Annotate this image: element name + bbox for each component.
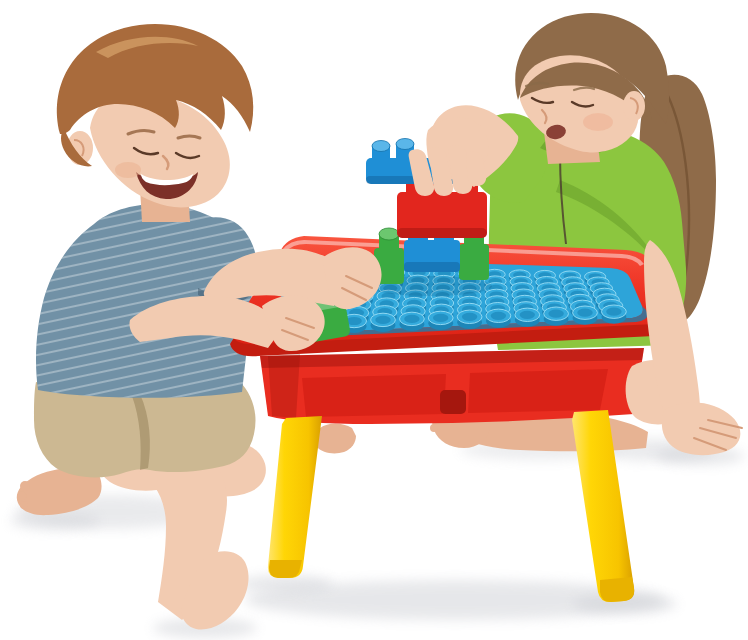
apron-left-corner [268,354,300,418]
girl-toe-3 [430,424,438,432]
baseplate-stud [606,308,621,316]
baseplate-stud [462,313,477,321]
baseplate-stud [548,310,563,318]
apron-handle-notch [440,390,466,414]
boy-cheek-blush [115,162,141,178]
apron-panel-left [302,374,446,417]
scene-illustration [0,0,748,640]
baseplate-stud [433,314,448,322]
baseplate-stud [375,316,390,324]
tower-red-body-shade [397,228,487,238]
girl-cheek-blush [583,113,613,131]
second-foot-under-table [315,424,356,454]
bar-stud-1 [372,141,390,152]
baseplate-stud [577,309,592,317]
baseplate-stud [520,311,535,319]
boy-toe-3 [20,501,28,509]
boy-toe-1 [20,481,30,491]
apron-panel-right [468,369,608,413]
girl-ear [623,91,645,121]
tucked-foot-shadow [10,512,100,530]
baseplate-stud [404,315,419,323]
table-leg-left [268,416,322,578]
bar-stud-2 [396,139,414,150]
product-photo [0,0,748,640]
tower-green-left-stud [379,228,399,240]
baseplate-stud [491,312,506,320]
tower-blue-body-shade [404,262,460,272]
table-leg-right-cap [600,577,634,602]
tower-green-right-body [459,244,489,280]
boy-toe-2 [18,492,27,501]
